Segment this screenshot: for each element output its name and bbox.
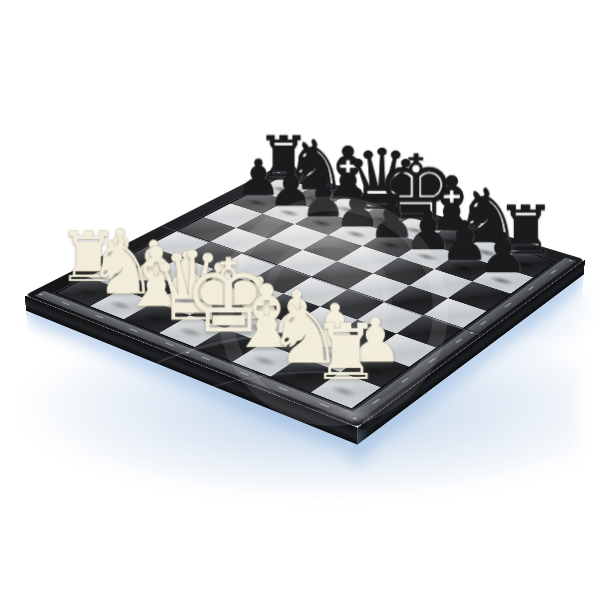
product-photo-scene: ♜♞♝♛♚♝♞♜♟♟♟♟♟♟♟♟♟♟♟♟♟♟♟♟♜♞♝♛♚♝♞♜ bbox=[0, 0, 600, 600]
white-rook-icon: ♜ bbox=[311, 316, 380, 390]
black-pawn-icon: ♟ bbox=[478, 227, 527, 279]
